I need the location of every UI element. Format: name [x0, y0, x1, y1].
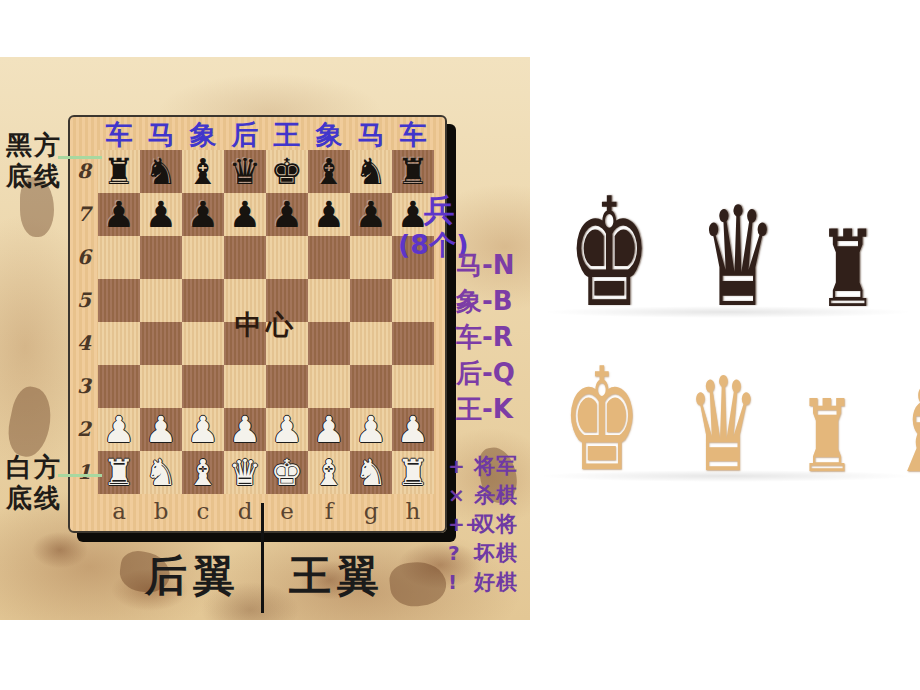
white-backrank-line2: 底线: [6, 483, 70, 514]
square-b3: [140, 365, 182, 408]
file-label-c: c: [182, 496, 224, 526]
square-h5: [392, 279, 434, 322]
white-backrank-pointer-line: [58, 474, 102, 477]
piece-white-pawn: ♟: [187, 408, 219, 451]
square-e1: ♚: [266, 451, 308, 494]
square-c3: [182, 365, 224, 408]
piece-name-label-f: 象: [308, 120, 350, 150]
symbol-1: ×: [448, 481, 474, 510]
piece-black-pawn: ♟: [187, 193, 219, 236]
white-backrank-line1: 白方: [6, 452, 70, 483]
rank-label-6: 6: [72, 236, 96, 279]
notation-legend-item-2: 车-R: [456, 319, 515, 355]
piece-black-bishop: ♝: [313, 150, 345, 193]
square-a2: ♟: [98, 408, 140, 451]
square-a4: [98, 322, 140, 365]
black-backrank-label: 黑方 底线: [6, 130, 70, 192]
square-g4: [350, 322, 392, 365]
square-d1: ♛: [224, 451, 266, 494]
piece-white-knight: ♞: [355, 451, 387, 494]
piece-white-pawn: ♟: [397, 408, 429, 451]
piece-white-pawn: ♟: [229, 408, 261, 451]
kingside-label: 王翼: [262, 548, 412, 604]
photo-dark-bishop: ♝: [916, 217, 920, 312]
square-g8: ♞: [350, 150, 392, 193]
file-label-a: a: [98, 496, 140, 526]
file-label-h: h: [392, 496, 434, 526]
square-f7: ♟: [308, 193, 350, 236]
chess-pieces-photo-light-row: ♚♛♜♝♞♟: [538, 330, 916, 476]
piece-name-label-a: 车: [98, 120, 140, 150]
black-backrank-line2: 底线: [6, 161, 70, 192]
file-label-g: g: [350, 496, 392, 526]
piece-white-king: ♚: [271, 451, 303, 494]
piece-white-bishop: ♝: [187, 451, 219, 494]
square-d2: ♟: [224, 408, 266, 451]
piece-name-label-g: 马: [350, 120, 392, 150]
square-e8: ♚: [266, 150, 308, 193]
piece-name-labels-row: 车马象后王象马车: [98, 120, 434, 150]
notation-legend-item-0: 马-N: [456, 247, 515, 283]
photo-light-bishop: ♝: [891, 386, 920, 476]
piece-black-king: ♚: [271, 150, 303, 193]
square-f3: [308, 365, 350, 408]
square-c2: ♟: [182, 408, 224, 451]
rank-label-2: 2: [72, 408, 96, 451]
square-c6: [182, 236, 224, 279]
symbol-meaning-3: 坏棋: [474, 541, 518, 565]
photo-dark-queen: ♛: [700, 204, 777, 312]
square-c1: ♝: [182, 451, 224, 494]
piece-name-label-b: 马: [140, 120, 182, 150]
piece-black-pawn: ♟: [271, 193, 303, 236]
square-g1: ♞: [350, 451, 392, 494]
piece-name-label-c: 象: [182, 120, 224, 150]
rank-label-3: 3: [72, 365, 96, 408]
square-g2: ♟: [350, 408, 392, 451]
symbol-0: +: [448, 452, 474, 481]
square-a5: [98, 279, 140, 322]
black-backrank-pointer-line: [58, 156, 102, 159]
queenside-label: 后翼: [118, 548, 268, 604]
rank-label-1: 1: [72, 451, 96, 494]
square-b4: [140, 322, 182, 365]
symbol-legend-row-0: +将军: [448, 452, 518, 481]
square-g6: [350, 236, 392, 279]
chess-pieces-photo-dark-row: ♚♛♜♝♞♟: [542, 148, 914, 312]
square-a1: ♜: [98, 451, 140, 494]
rank-labels: 87654321: [72, 150, 96, 494]
square-b5: [140, 279, 182, 322]
square-a3: [98, 365, 140, 408]
piece-name-label-h: 车: [392, 120, 434, 150]
piece-black-knight: ♞: [145, 150, 177, 193]
piece-white-rook: ♜: [397, 451, 429, 494]
painting-figure: [3, 384, 57, 461]
file-label-f: f: [308, 496, 350, 526]
symbol-meaning-2: 双将: [474, 512, 518, 536]
square-e3: [266, 365, 308, 408]
symbol-meaning-1: 杀棋: [474, 483, 518, 507]
square-e7: ♟: [266, 193, 308, 236]
photo-dark-king: ♚: [568, 195, 651, 312]
square-b8: ♞: [140, 150, 182, 193]
square-d7: ♟: [224, 193, 266, 236]
piece-black-pawn: ♟: [355, 193, 387, 236]
piece-white-pawn: ♟: [271, 408, 303, 451]
symbol-legend-row-3: ?坏棋: [448, 539, 518, 568]
square-h2: ♟: [392, 408, 434, 451]
square-b2: ♟: [140, 408, 182, 451]
piece-white-bishop: ♝: [313, 451, 345, 494]
photo-dark-rook: ♜: [818, 229, 877, 312]
symbol-2: ++: [448, 510, 474, 539]
symbol-4: !: [448, 568, 474, 597]
file-label-b: b: [140, 496, 182, 526]
file-labels: abcdefgh: [98, 496, 434, 526]
square-f1: ♝: [308, 451, 350, 494]
file-label-e: e: [266, 496, 308, 526]
piece-white-pawn: ♟: [103, 408, 135, 451]
square-a6: [98, 236, 140, 279]
symbol-legend-row-2: ++双将: [448, 510, 518, 539]
piece-name-label-e: 王: [266, 120, 308, 150]
symbol-meaning-0: 将军: [474, 454, 518, 478]
photo-light-king: ♚: [562, 365, 641, 476]
square-h1: ♜: [392, 451, 434, 494]
piece-name-label-d: 后: [224, 120, 266, 150]
move-symbol-legend: +将军×杀棋++双将?坏棋!好棋: [448, 452, 518, 597]
piece-black-pawn: ♟: [313, 193, 345, 236]
square-a7: ♟: [98, 193, 140, 236]
square-c8: ♝: [182, 150, 224, 193]
piece-white-pawn: ♟: [145, 408, 177, 451]
square-b6: [140, 236, 182, 279]
file-label-d: d: [224, 496, 266, 526]
rank-label-7: 7: [72, 193, 96, 236]
symbol-legend-row-4: !好棋: [448, 568, 518, 597]
piece-white-pawn: ♟: [313, 408, 345, 451]
center-label: 中心: [216, 307, 316, 343]
photo-light-queen: ♛: [687, 375, 759, 476]
rank-label-5: 5: [72, 279, 96, 322]
square-e2: ♟: [266, 408, 308, 451]
piece-black-bishop: ♝: [187, 150, 219, 193]
piece-white-rook: ♜: [103, 451, 135, 494]
piece-black-rook: ♜: [103, 150, 135, 193]
square-f6: [308, 236, 350, 279]
square-e6: [266, 236, 308, 279]
square-f2: ♟: [308, 408, 350, 451]
pawn-label: 兵: [424, 190, 455, 232]
piece-white-queen: ♛: [229, 451, 261, 494]
square-b1: ♞: [140, 451, 182, 494]
square-b7: ♟: [140, 193, 182, 236]
square-a8: ♜: [98, 150, 140, 193]
piece-black-pawn: ♟: [229, 193, 261, 236]
symbol-3: ?: [448, 539, 474, 568]
symbol-meaning-4: 好棋: [474, 570, 518, 594]
notation-legend-item-3: 后-Q: [456, 355, 515, 391]
square-g7: ♟: [350, 193, 392, 236]
piece-black-knight: ♞: [355, 150, 387, 193]
notation-legend-item-4: 王-K: [456, 391, 515, 427]
piece-black-pawn: ♟: [145, 193, 177, 236]
square-c7: ♟: [182, 193, 224, 236]
piece-white-pawn: ♟: [355, 408, 387, 451]
square-d6: [224, 236, 266, 279]
square-d3: [224, 365, 266, 408]
piece-black-queen: ♛: [229, 150, 261, 193]
symbol-legend-row-1: ×杀棋: [448, 481, 518, 510]
square-h3: [392, 365, 434, 408]
photo-light-rook: ♜: [799, 398, 855, 476]
rank-label-4: 4: [72, 322, 96, 365]
square-f8: ♝: [308, 150, 350, 193]
piece-black-rook: ♜: [397, 150, 429, 193]
notation-legend-item-1: 象-B: [456, 283, 515, 319]
piece-white-knight: ♞: [145, 451, 177, 494]
piece-black-pawn: ♟: [103, 193, 135, 236]
square-d8: ♛: [224, 150, 266, 193]
square-g3: [350, 365, 392, 408]
square-h8: ♜: [392, 150, 434, 193]
slide: 车马象后王象马车 87654321 ♜♞♝♛♚♝♞♜♟♟♟♟♟♟♟♟♟♟♟♟♟♟…: [0, 0, 920, 690]
white-backrank-label: 白方 底线: [6, 452, 70, 514]
square-h4: [392, 322, 434, 365]
square-g5: [350, 279, 392, 322]
piece-notation-legend: 马-N象-B车-R后-Q王-K: [456, 247, 515, 427]
